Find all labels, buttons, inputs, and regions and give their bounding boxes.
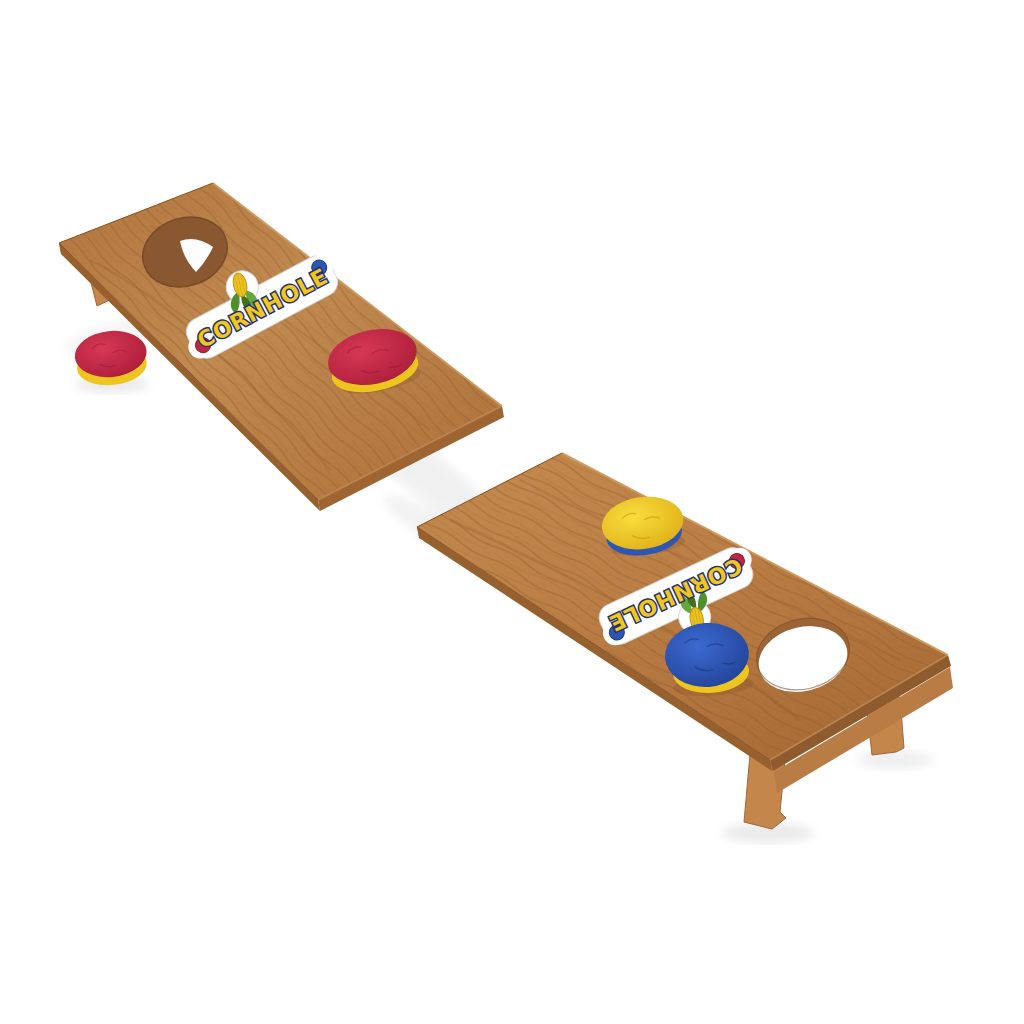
product-photo-cornhole-set: CORNHOLE (0, 0, 1024, 1024)
shadow-right-back-leg (857, 751, 933, 769)
scene: CORNHOLE (0, 0, 1024, 1024)
